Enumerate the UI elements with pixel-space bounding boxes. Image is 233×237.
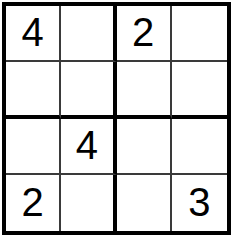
cell-r1c1[interactable]: 4: [6, 6, 61, 62]
cell-r4c2[interactable]: [61, 175, 116, 231]
cell-value: 2: [132, 12, 154, 52]
cell-r2c1[interactable]: [6, 62, 61, 118]
cell-r4c1[interactable]: 2: [6, 175, 61, 231]
sudoku-board-wrapper: 42423: [0, 0, 233, 237]
cell-r3c1[interactable]: [6, 119, 61, 175]
cell-r1c3[interactable]: 2: [117, 6, 172, 62]
cell-r2c3[interactable]: [117, 62, 172, 118]
cell-r2c2[interactable]: [61, 62, 116, 118]
cell-r3c2[interactable]: 4: [61, 119, 116, 175]
cell-r1c2[interactable]: [61, 6, 116, 62]
cell-value: 4: [76, 125, 98, 165]
cell-r3c4[interactable]: [172, 119, 227, 175]
cell-r2c4[interactable]: [172, 62, 227, 118]
cell-r4c3[interactable]: [117, 175, 172, 231]
sudoku-board: 42423: [2, 2, 231, 235]
cell-value: 2: [22, 182, 44, 222]
cell-r4c4[interactable]: 3: [172, 175, 227, 231]
cell-r3c3[interactable]: [117, 119, 172, 175]
cell-r1c4[interactable]: [172, 6, 227, 62]
cell-value: 3: [188, 182, 210, 222]
cell-value: 4: [22, 12, 44, 52]
